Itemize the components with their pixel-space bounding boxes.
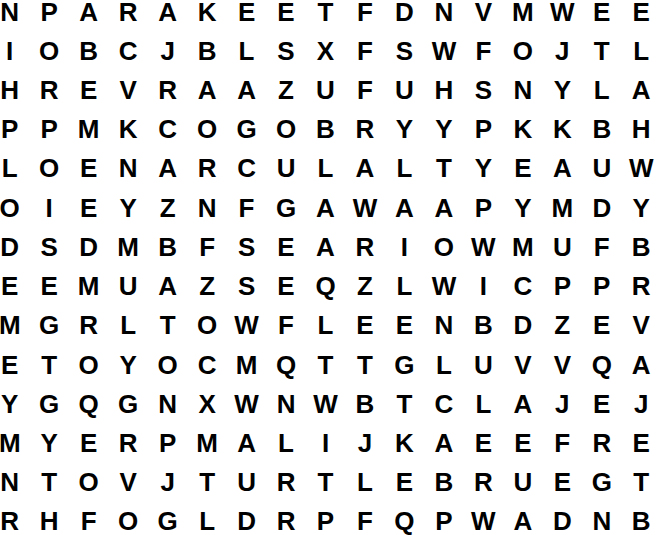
- word-search-puzzle: NPARAKEETFDNVMWEEIOBCJBLSXFSWFOJTLHREVRA…: [0, 0, 656, 535]
- grid-cell-r8c12[interactable]: W: [424, 267, 463, 306]
- grid-cell-r2c5[interactable]: J: [148, 31, 187, 70]
- grid-cell-r3c6[interactable]: A: [187, 70, 226, 109]
- grid-cell-r11c5[interactable]: N: [148, 384, 187, 423]
- grid-cell-r7c16[interactable]: F: [582, 227, 621, 266]
- grid-cell-r1c3[interactable]: A: [69, 0, 108, 31]
- grid-cell-r14c9[interactable]: P: [306, 502, 345, 535]
- grid-cell-r5c13[interactable]: Y: [464, 149, 503, 188]
- grid-cell-r5c17[interactable]: W: [622, 149, 656, 188]
- grid-cell-r7c12[interactable]: O: [424, 227, 463, 266]
- grid-cell-r10c6[interactable]: C: [187, 345, 226, 384]
- grid-cell-r13c12[interactable]: B: [424, 463, 463, 502]
- grid-cell-r2c8[interactable]: S: [266, 31, 305, 70]
- grid-cell-r1c12[interactable]: N: [424, 0, 463, 31]
- grid-cell-r14c17[interactable]: B: [622, 502, 656, 535]
- grid-cell-r13c5[interactable]: J: [148, 463, 187, 502]
- grid-cell-r13c8[interactable]: R: [266, 463, 305, 502]
- grid-cell-r5c7[interactable]: C: [227, 149, 266, 188]
- grid-cell-r14c14[interactable]: A: [503, 502, 542, 535]
- grid-cell-r8c2[interactable]: E: [29, 267, 68, 306]
- grid-cell-r7c1[interactable]: D: [0, 227, 29, 266]
- grid-cell-r14c11[interactable]: Q: [385, 502, 424, 535]
- grid-cell-r7c5[interactable]: B: [148, 227, 187, 266]
- grid-cell-r11c3[interactable]: Q: [69, 384, 108, 423]
- grid-cell-r10c14[interactable]: V: [503, 345, 542, 384]
- grid-cell-r5c11[interactable]: L: [385, 149, 424, 188]
- grid-cell-r9c13[interactable]: B: [464, 306, 503, 345]
- grid-cell-r7c6[interactable]: F: [187, 227, 226, 266]
- grid-cell-r9c8[interactable]: F: [266, 306, 305, 345]
- grid-cell-r5c1[interactable]: L: [0, 149, 29, 188]
- grid-cell-r1c11[interactable]: D: [385, 0, 424, 31]
- grid-cell-r9c1[interactable]: M: [0, 306, 29, 345]
- grid-cell-r1c6[interactable]: K: [187, 0, 226, 31]
- grid-cell-r10c13[interactable]: U: [464, 345, 503, 384]
- grid-cell-r12c12[interactable]: A: [424, 423, 463, 462]
- grid-cell-r8c10[interactable]: Z: [345, 267, 384, 306]
- grid-cell-r2c6[interactable]: B: [187, 31, 226, 70]
- grid-cell-r12c11[interactable]: K: [385, 423, 424, 462]
- grid-cell-r13c10[interactable]: L: [345, 463, 384, 502]
- grid-cell-r13c7[interactable]: U: [227, 463, 266, 502]
- grid-cell-r8c3[interactable]: M: [69, 267, 108, 306]
- grid-cell-r1c5[interactable]: A: [148, 0, 187, 31]
- grid-cell-r7c8[interactable]: E: [266, 227, 305, 266]
- grid-cell-r14c10[interactable]: F: [345, 502, 384, 535]
- grid-cell-r9c14[interactable]: D: [503, 306, 542, 345]
- grid-cell-r11c8[interactable]: N: [266, 384, 305, 423]
- grid-cell-r12c2[interactable]: Y: [29, 423, 68, 462]
- grid-cell-r10c17[interactable]: A: [622, 345, 656, 384]
- grid-cell-r12c10[interactable]: J: [345, 423, 384, 462]
- grid-cell-r1c2[interactable]: P: [29, 0, 68, 31]
- grid-cell-r14c1[interactable]: R: [0, 502, 29, 535]
- grid-cell-r3c10[interactable]: F: [345, 70, 384, 109]
- grid-cell-r4c9[interactable]: B: [306, 110, 345, 149]
- grid-cell-r3c11[interactable]: U: [385, 70, 424, 109]
- grid-cell-r1c13[interactable]: V: [464, 0, 503, 31]
- grid-cell-r9c16[interactable]: E: [582, 306, 621, 345]
- grid-cell-r14c12[interactable]: P: [424, 502, 463, 535]
- grid-cell-r8c1[interactable]: E: [0, 267, 29, 306]
- grid-cell-r9c6[interactable]: O: [187, 306, 226, 345]
- grid-cell-r5c15[interactable]: A: [543, 149, 582, 188]
- grid-cell-r7c15[interactable]: U: [543, 227, 582, 266]
- grid-cell-r3c9[interactable]: U: [306, 70, 345, 109]
- grid-cell-r12c15[interactable]: F: [543, 423, 582, 462]
- word-search-grid: NPARAKEETFDNVMWEEIOBCJBLSXFSWFOJTLHREVRA…: [0, 0, 656, 535]
- grid-cell-r11c15[interactable]: J: [543, 384, 582, 423]
- grid-cell-r2c4[interactable]: C: [108, 31, 147, 70]
- grid-cell-r4c11[interactable]: Y: [385, 110, 424, 149]
- grid-cell-r12c5[interactable]: P: [148, 423, 187, 462]
- grid-cell-r8c16[interactable]: P: [582, 267, 621, 306]
- grid-cell-r11c7[interactable]: W: [227, 384, 266, 423]
- grid-cell-r14c15[interactable]: D: [543, 502, 582, 535]
- grid-cell-r8c4[interactable]: U: [108, 267, 147, 306]
- grid-cell-r6c3[interactable]: E: [69, 188, 108, 227]
- grid-cell-r1c7[interactable]: E: [227, 0, 266, 31]
- grid-cell-r13c13[interactable]: R: [464, 463, 503, 502]
- grid-cell-r10c10[interactable]: T: [345, 345, 384, 384]
- grid-cell-r6c7[interactable]: F: [227, 188, 266, 227]
- grid-cell-r3c4[interactable]: V: [108, 70, 147, 109]
- grid-cell-r11c10[interactable]: B: [345, 384, 384, 423]
- grid-cell-r11c16[interactable]: E: [582, 384, 621, 423]
- grid-cell-r6c12[interactable]: A: [424, 188, 463, 227]
- grid-cell-r11c2[interactable]: G: [29, 384, 68, 423]
- grid-cell-r14c4[interactable]: O: [108, 502, 147, 535]
- grid-cell-r10c11[interactable]: G: [385, 345, 424, 384]
- grid-cell-r4c13[interactable]: P: [464, 110, 503, 149]
- grid-cell-r7c14[interactable]: M: [503, 227, 542, 266]
- grid-cell-r1c15[interactable]: W: [543, 0, 582, 31]
- grid-cell-r4c8[interactable]: O: [266, 110, 305, 149]
- grid-cell-r14c3[interactable]: F: [69, 502, 108, 535]
- grid-cell-r8c17[interactable]: R: [622, 267, 656, 306]
- grid-cell-r7c10[interactable]: R: [345, 227, 384, 266]
- grid-cell-r1c8[interactable]: E: [266, 0, 305, 31]
- grid-cell-r9c2[interactable]: G: [29, 306, 68, 345]
- grid-cell-r8c6[interactable]: Z: [187, 267, 226, 306]
- grid-cell-r4c14[interactable]: K: [503, 110, 542, 149]
- grid-cell-r14c2[interactable]: H: [29, 502, 68, 535]
- grid-cell-r5c2[interactable]: O: [29, 149, 68, 188]
- grid-cell-r5c16[interactable]: U: [582, 149, 621, 188]
- grid-cell-r3c14[interactable]: N: [503, 70, 542, 109]
- grid-cell-r10c3[interactable]: O: [69, 345, 108, 384]
- grid-cell-r6c1[interactable]: O: [0, 188, 29, 227]
- grid-cell-r1c16[interactable]: E: [582, 0, 621, 31]
- grid-cell-r4c12[interactable]: Y: [424, 110, 463, 149]
- grid-cell-r10c7[interactable]: M: [227, 345, 266, 384]
- grid-cell-r3c13[interactable]: S: [464, 70, 503, 109]
- grid-cell-r5c14[interactable]: E: [503, 149, 542, 188]
- grid-cell-r4c17[interactable]: H: [622, 110, 656, 149]
- grid-cell-r10c8[interactable]: Q: [266, 345, 305, 384]
- grid-cell-r3c15[interactable]: Y: [543, 70, 582, 109]
- grid-cell-r11c14[interactable]: A: [503, 384, 542, 423]
- grid-cell-r2c15[interactable]: J: [543, 31, 582, 70]
- grid-cell-r8c8[interactable]: E: [266, 267, 305, 306]
- grid-cell-r11c4[interactable]: G: [108, 384, 147, 423]
- grid-cell-r12c6[interactable]: M: [187, 423, 226, 462]
- grid-cell-r13c17[interactable]: T: [622, 463, 656, 502]
- grid-cell-r6c15[interactable]: M: [543, 188, 582, 227]
- grid-cell-r5c6[interactable]: R: [187, 149, 226, 188]
- grid-cell-r6c8[interactable]: G: [266, 188, 305, 227]
- grid-cell-r6c5[interactable]: Z: [148, 188, 187, 227]
- grid-cell-r12c7[interactable]: A: [227, 423, 266, 462]
- grid-cell-r3c17[interactable]: A: [622, 70, 656, 109]
- grid-cell-r10c9[interactable]: T: [306, 345, 345, 384]
- grid-cell-r7c3[interactable]: D: [69, 227, 108, 266]
- grid-cell-r6c13[interactable]: P: [464, 188, 503, 227]
- grid-cell-r2c13[interactable]: F: [464, 31, 503, 70]
- grid-cell-r3c5[interactable]: R: [148, 70, 187, 109]
- grid-cell-r2c7[interactable]: L: [227, 31, 266, 70]
- grid-cell-r9c17[interactable]: V: [622, 306, 656, 345]
- grid-cell-r4c16[interactable]: B: [582, 110, 621, 149]
- grid-cell-r5c10[interactable]: A: [345, 149, 384, 188]
- grid-cell-r2c1[interactable]: I: [0, 31, 29, 70]
- grid-cell-r6c6[interactable]: N: [187, 188, 226, 227]
- grid-cell-r8c11[interactable]: L: [385, 267, 424, 306]
- grid-cell-r13c11[interactable]: E: [385, 463, 424, 502]
- grid-cell-r5c8[interactable]: U: [266, 149, 305, 188]
- grid-cell-r1c14[interactable]: M: [503, 0, 542, 31]
- grid-cell-r7c9[interactable]: A: [306, 227, 345, 266]
- grid-cell-r11c9[interactable]: W: [306, 384, 345, 423]
- grid-cell-r9c12[interactable]: N: [424, 306, 463, 345]
- grid-cell-r4c5[interactable]: C: [148, 110, 187, 149]
- grid-cell-r10c12[interactable]: L: [424, 345, 463, 384]
- grid-cell-r3c12[interactable]: H: [424, 70, 463, 109]
- grid-cell-r12c4[interactable]: R: [108, 423, 147, 462]
- grid-cell-r5c9[interactable]: L: [306, 149, 345, 188]
- grid-cell-r1c4[interactable]: R: [108, 0, 147, 31]
- grid-cell-r12c8[interactable]: L: [266, 423, 305, 462]
- grid-cell-r13c3[interactable]: O: [69, 463, 108, 502]
- grid-cell-r10c1[interactable]: E: [0, 345, 29, 384]
- grid-cell-r1c1[interactable]: N: [0, 0, 29, 31]
- grid-cell-r9c15[interactable]: Z: [543, 306, 582, 345]
- grid-cell-r5c3[interactable]: E: [69, 149, 108, 188]
- grid-cell-r13c14[interactable]: U: [503, 463, 542, 502]
- grid-cell-r2c12[interactable]: W: [424, 31, 463, 70]
- grid-cell-r13c1[interactable]: N: [0, 463, 29, 502]
- grid-cell-r6c17[interactable]: Y: [622, 188, 656, 227]
- grid-cell-r7c2[interactable]: S: [29, 227, 68, 266]
- grid-cell-r6c14[interactable]: Y: [503, 188, 542, 227]
- grid-cell-r9c11[interactable]: E: [385, 306, 424, 345]
- grid-cell-r12c13[interactable]: E: [464, 423, 503, 462]
- grid-cell-r6c11[interactable]: A: [385, 188, 424, 227]
- grid-cell-r11c12[interactable]: C: [424, 384, 463, 423]
- grid-cell-r13c15[interactable]: E: [543, 463, 582, 502]
- grid-cell-r6c4[interactable]: Y: [108, 188, 147, 227]
- grid-cell-r9c10[interactable]: E: [345, 306, 384, 345]
- grid-cell-r5c5[interactable]: A: [148, 149, 187, 188]
- grid-cell-r13c6[interactable]: T: [187, 463, 226, 502]
- grid-cell-r9c7[interactable]: W: [227, 306, 266, 345]
- grid-cell-r7c7[interactable]: S: [227, 227, 266, 266]
- grid-cell-r1c17[interactable]: E: [622, 0, 656, 31]
- grid-cell-r10c4[interactable]: Y: [108, 345, 147, 384]
- grid-cell-r8c5[interactable]: A: [148, 267, 187, 306]
- grid-cell-r6c9[interactable]: A: [306, 188, 345, 227]
- grid-cell-r11c17[interactable]: J: [622, 384, 656, 423]
- grid-cell-r9c9[interactable]: L: [306, 306, 345, 345]
- grid-cell-r3c7[interactable]: A: [227, 70, 266, 109]
- grid-cell-r14c7[interactable]: D: [227, 502, 266, 535]
- grid-cell-r8c14[interactable]: C: [503, 267, 542, 306]
- grid-cell-r14c13[interactable]: W: [464, 502, 503, 535]
- grid-cell-r13c9[interactable]: T: [306, 463, 345, 502]
- grid-cell-r13c2[interactable]: T: [29, 463, 68, 502]
- grid-cell-r14c5[interactable]: G: [148, 502, 187, 535]
- grid-cell-r4c3[interactable]: M: [69, 110, 108, 149]
- grid-cell-r7c13[interactable]: W: [464, 227, 503, 266]
- grid-cell-r5c4[interactable]: N: [108, 149, 147, 188]
- grid-cell-r12c1[interactable]: M: [0, 423, 29, 462]
- grid-cell-r14c8[interactable]: R: [266, 502, 305, 535]
- grid-cell-r4c1[interactable]: P: [0, 110, 29, 149]
- grid-cell-r11c11[interactable]: T: [385, 384, 424, 423]
- grid-cell-r9c4[interactable]: L: [108, 306, 147, 345]
- grid-cell-r2c17[interactable]: L: [622, 31, 656, 70]
- grid-cell-r13c16[interactable]: G: [582, 463, 621, 502]
- grid-cell-r12c3[interactable]: E: [69, 423, 108, 462]
- grid-cell-r7c11[interactable]: I: [385, 227, 424, 266]
- grid-cell-r1c10[interactable]: F: [345, 0, 384, 31]
- grid-cell-r6c2[interactable]: I: [29, 188, 68, 227]
- grid-cell-r3c1[interactable]: H: [0, 70, 29, 109]
- grid-cell-r7c17[interactable]: B: [622, 227, 656, 266]
- grid-cell-r12c16[interactable]: R: [582, 423, 621, 462]
- grid-cell-r8c15[interactable]: P: [543, 267, 582, 306]
- grid-cell-r14c6[interactable]: L: [187, 502, 226, 535]
- grid-cell-r2c14[interactable]: O: [503, 31, 542, 70]
- grid-cell-r4c10[interactable]: R: [345, 110, 384, 149]
- grid-cell-r3c2[interactable]: R: [29, 70, 68, 109]
- grid-cell-r1c9[interactable]: T: [306, 0, 345, 31]
- grid-cell-r9c3[interactable]: R: [69, 306, 108, 345]
- grid-cell-r14c16[interactable]: N: [582, 502, 621, 535]
- grid-cell-r4c7[interactable]: G: [227, 110, 266, 149]
- grid-cell-r9c5[interactable]: T: [148, 306, 187, 345]
- grid-cell-r4c6[interactable]: O: [187, 110, 226, 149]
- grid-cell-r4c15[interactable]: K: [543, 110, 582, 149]
- grid-cell-r3c16[interactable]: L: [582, 70, 621, 109]
- grid-cell-r8c9[interactable]: Q: [306, 267, 345, 306]
- grid-cell-r10c16[interactable]: Q: [582, 345, 621, 384]
- grid-cell-r10c15[interactable]: V: [543, 345, 582, 384]
- grid-cell-r4c2[interactable]: P: [29, 110, 68, 149]
- grid-cell-r10c5[interactable]: O: [148, 345, 187, 384]
- grid-cell-r5c12[interactable]: T: [424, 149, 463, 188]
- grid-cell-r6c16[interactable]: D: [582, 188, 621, 227]
- grid-cell-r2c9[interactable]: X: [306, 31, 345, 70]
- grid-cell-r2c3[interactable]: B: [69, 31, 108, 70]
- grid-cell-r8c13[interactable]: I: [464, 267, 503, 306]
- grid-cell-r6c10[interactable]: W: [345, 188, 384, 227]
- grid-cell-r11c1[interactable]: Y: [0, 384, 29, 423]
- grid-cell-r4c4[interactable]: K: [108, 110, 147, 149]
- grid-cell-r12c17[interactable]: E: [622, 423, 656, 462]
- grid-cell-r11c13[interactable]: L: [464, 384, 503, 423]
- grid-cell-r7c4[interactable]: M: [108, 227, 147, 266]
- grid-cell-r2c10[interactable]: F: [345, 31, 384, 70]
- grid-cell-r3c8[interactable]: Z: [266, 70, 305, 109]
- grid-cell-r13c4[interactable]: V: [108, 463, 147, 502]
- grid-cell-r2c11[interactable]: S: [385, 31, 424, 70]
- grid-cell-r10c2[interactable]: T: [29, 345, 68, 384]
- grid-cell-r12c14[interactable]: E: [503, 423, 542, 462]
- grid-cell-r8c7[interactable]: S: [227, 267, 266, 306]
- grid-cell-r2c16[interactable]: T: [582, 31, 621, 70]
- grid-cell-r2c2[interactable]: O: [29, 31, 68, 70]
- grid-cell-r11c6[interactable]: X: [187, 384, 226, 423]
- grid-cell-r3c3[interactable]: E: [69, 70, 108, 109]
- grid-cell-r12c9[interactable]: I: [306, 423, 345, 462]
